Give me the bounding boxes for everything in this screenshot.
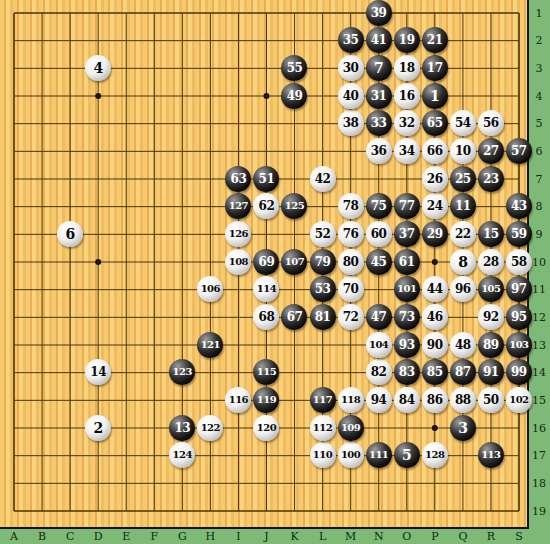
stone-white-26: 26 <box>422 166 448 192</box>
column-label-A: A <box>4 530 24 543</box>
stone-white-92: 92 <box>478 304 504 330</box>
board-point-H13: 121 <box>196 331 224 359</box>
board-point-M17: 100 <box>337 442 365 470</box>
board-point-N2: 41 <box>365 27 393 55</box>
stone-white-56: 56 <box>478 110 504 136</box>
board-point-J11: 114 <box>252 276 280 304</box>
board-point-O14: 83 <box>393 359 421 387</box>
board-point-Q15: 88 <box>449 386 477 414</box>
stone-black-87: 87 <box>450 359 476 385</box>
board-point-S14: 99 <box>505 359 533 387</box>
board-point-Q9: 22 <box>449 220 477 248</box>
column-label-O: O <box>397 530 417 543</box>
board-point-S11: 97 <box>505 276 533 304</box>
column-label-P: P <box>425 530 445 543</box>
stone-black-127: 127 <box>225 193 251 219</box>
board-point-D14: 14 <box>84 359 112 387</box>
stone-black-97: 97 <box>506 276 532 302</box>
stone-white-54: 54 <box>450 110 476 136</box>
board-point-N3: 7 <box>365 54 393 82</box>
board-point-P2: 21 <box>421 27 449 55</box>
stone-black-67: 67 <box>281 304 307 330</box>
board-point-M2: 35 <box>337 27 365 55</box>
stone-white-68: 68 <box>253 304 279 330</box>
stones-grid: 1234567810111314151617181921222324252627… <box>0 0 533 524</box>
stone-white-18: 18 <box>394 55 420 81</box>
board-point-P9: 29 <box>421 220 449 248</box>
board-point-G17: 124 <box>168 442 196 470</box>
stone-white-30: 30 <box>338 55 364 81</box>
stone-white-128: 128 <box>422 442 448 468</box>
stone-white-4: 4 <box>85 55 111 81</box>
board-point-M8: 78 <box>337 193 365 221</box>
column-label-M: M <box>341 530 361 543</box>
board-point-R12: 92 <box>477 303 505 331</box>
stone-white-124: 124 <box>169 442 195 468</box>
board-point-O10: 61 <box>393 248 421 276</box>
board-point-Q14: 87 <box>449 359 477 387</box>
stone-white-82: 82 <box>366 359 392 385</box>
board-point-M4: 40 <box>337 82 365 110</box>
stone-black-5: 5 <box>394 442 420 468</box>
board-point-P3: 17 <box>421 54 449 82</box>
board-point-R15: 50 <box>477 386 505 414</box>
stone-black-57: 57 <box>506 138 532 164</box>
board-point-R14: 91 <box>477 359 505 387</box>
stone-white-126: 126 <box>225 221 251 247</box>
stone-black-91: 91 <box>478 359 504 385</box>
stone-white-100: 100 <box>338 442 364 468</box>
board-point-H11: 106 <box>196 276 224 304</box>
board-point-O13: 93 <box>393 331 421 359</box>
board-point-O15: 84 <box>393 386 421 414</box>
stone-white-52: 52 <box>310 221 336 247</box>
board-point-P4: 1 <box>421 82 449 110</box>
board-point-N4: 31 <box>365 82 393 110</box>
board-point-N6: 36 <box>365 137 393 165</box>
board-point-D16: 2 <box>84 414 112 442</box>
board-point-N8: 75 <box>365 193 393 221</box>
stone-white-24: 24 <box>422 193 448 219</box>
stone-black-43: 43 <box>506 193 532 219</box>
board-point-P13: 90 <box>421 331 449 359</box>
board-point-M12: 72 <box>337 303 365 331</box>
stone-white-32: 32 <box>394 110 420 136</box>
board-point-Q8: 11 <box>449 193 477 221</box>
column-label-K: K <box>285 530 305 543</box>
board-point-P12: 46 <box>421 303 449 331</box>
stone-black-33: 33 <box>366 110 392 136</box>
board-point-O12: 73 <box>393 303 421 331</box>
stone-black-93: 93 <box>394 332 420 358</box>
board-point-S12: 95 <box>505 303 533 331</box>
column-label-J: J <box>257 530 277 543</box>
stone-black-115: 115 <box>253 359 279 385</box>
board-point-J10: 69 <box>252 248 280 276</box>
board-point-L17: 110 <box>309 442 337 470</box>
stone-white-84: 84 <box>394 387 420 413</box>
board-point-L16: 112 <box>309 414 337 442</box>
board-point-R9: 15 <box>477 220 505 248</box>
column-label-F: F <box>144 530 164 543</box>
stone-white-88: 88 <box>450 387 476 413</box>
board-point-K10: 107 <box>280 248 308 276</box>
column-label-I: I <box>228 530 248 543</box>
stone-black-95: 95 <box>506 304 532 330</box>
stone-black-15: 15 <box>478 221 504 247</box>
stone-black-113: 113 <box>478 442 504 468</box>
stone-black-123: 123 <box>169 359 195 385</box>
stone-white-58: 58 <box>506 249 532 275</box>
stone-black-73: 73 <box>394 304 420 330</box>
board-point-R7: 23 <box>477 165 505 193</box>
board-point-O3: 18 <box>393 54 421 82</box>
board-point-P11: 44 <box>421 276 449 304</box>
stone-white-44: 44 <box>422 276 448 302</box>
board-point-P7: 26 <box>421 165 449 193</box>
stone-black-119: 119 <box>253 387 279 413</box>
stone-black-109: 109 <box>338 415 364 441</box>
stone-black-101: 101 <box>394 276 420 302</box>
board-point-P17: 128 <box>421 442 449 470</box>
stone-white-38: 38 <box>338 110 364 136</box>
stone-black-75: 75 <box>366 193 392 219</box>
board-point-P5: 65 <box>421 110 449 138</box>
board-point-N9: 60 <box>365 220 393 248</box>
board-point-K12: 67 <box>280 303 308 331</box>
stone-white-72: 72 <box>338 304 364 330</box>
board-point-K8: 125 <box>280 193 308 221</box>
board-point-Q7: 25 <box>449 165 477 193</box>
board-point-Q5: 54 <box>449 110 477 138</box>
stone-white-114: 114 <box>253 276 279 302</box>
stone-black-21: 21 <box>422 27 448 53</box>
stone-black-89: 89 <box>478 332 504 358</box>
column-label-N: N <box>369 530 389 543</box>
stone-black-3: 3 <box>450 415 476 441</box>
board-point-N14: 82 <box>365 359 393 387</box>
column-label-H: H <box>200 530 220 543</box>
column-label-G: G <box>172 530 192 543</box>
board-point-M3: 30 <box>337 54 365 82</box>
stone-black-29: 29 <box>422 221 448 247</box>
stone-black-85: 85 <box>422 359 448 385</box>
stone-black-11: 11 <box>450 193 476 219</box>
stone-black-63: 63 <box>225 166 251 192</box>
stone-black-99: 99 <box>506 359 532 385</box>
board-point-N17: 111 <box>365 442 393 470</box>
stone-white-34: 34 <box>394 138 420 164</box>
stone-white-86: 86 <box>422 387 448 413</box>
stone-black-51: 51 <box>253 166 279 192</box>
board-point-J14: 115 <box>252 359 280 387</box>
board-point-L9: 52 <box>309 220 337 248</box>
board-point-L11: 53 <box>309 276 337 304</box>
board-point-K3: 55 <box>280 54 308 82</box>
column-label-E: E <box>116 530 136 543</box>
board-point-C9: 6 <box>56 220 84 248</box>
stone-white-48: 48 <box>450 332 476 358</box>
board-point-H16: 122 <box>196 414 224 442</box>
go-game-diagram: 1234567810111314151617181921222324252627… <box>0 0 550 544</box>
board-point-L7: 42 <box>309 165 337 193</box>
stone-black-83: 83 <box>394 359 420 385</box>
column-label-B: B <box>32 530 52 543</box>
board-point-R10: 28 <box>477 248 505 276</box>
board-point-R5: 56 <box>477 110 505 138</box>
board-point-S9: 59 <box>505 220 533 248</box>
goban: 1234567810111314151617181921222324252627… <box>0 0 529 529</box>
board-point-N15: 94 <box>365 386 393 414</box>
column-label-S: S <box>509 530 529 543</box>
board-point-Q16: 3 <box>449 414 477 442</box>
board-point-P8: 24 <box>421 193 449 221</box>
stone-black-105: 105 <box>478 276 504 302</box>
stone-black-19: 19 <box>394 27 420 53</box>
stone-white-116: 116 <box>225 387 251 413</box>
board-point-R11: 105 <box>477 276 505 304</box>
board-point-I8: 127 <box>224 193 252 221</box>
stone-black-125: 125 <box>281 193 307 219</box>
stone-white-2: 2 <box>85 415 111 441</box>
stone-white-50: 50 <box>478 387 504 413</box>
board-point-O6: 34 <box>393 137 421 165</box>
stone-white-6: 6 <box>57 221 83 247</box>
board-point-O8: 77 <box>393 193 421 221</box>
board-point-M9: 76 <box>337 220 365 248</box>
stone-white-36: 36 <box>366 138 392 164</box>
board-point-J12: 68 <box>252 303 280 331</box>
stone-black-49: 49 <box>281 83 307 109</box>
stone-white-90: 90 <box>422 332 448 358</box>
board-point-I7: 63 <box>224 165 252 193</box>
stone-white-8: 8 <box>450 249 476 275</box>
stone-white-96: 96 <box>450 276 476 302</box>
stone-black-69: 69 <box>253 249 279 275</box>
stone-white-62: 62 <box>253 193 279 219</box>
column-label-C: C <box>60 530 80 543</box>
stone-white-110: 110 <box>310 442 336 468</box>
board-point-M16: 109 <box>337 414 365 442</box>
stone-white-106: 106 <box>197 276 223 302</box>
stone-white-80: 80 <box>338 249 364 275</box>
board-point-L12: 81 <box>309 303 337 331</box>
board-point-O11: 101 <box>393 276 421 304</box>
stone-white-16: 16 <box>394 83 420 109</box>
stone-black-13: 13 <box>169 415 195 441</box>
board-point-S8: 43 <box>505 193 533 221</box>
board-point-M11: 70 <box>337 276 365 304</box>
board-point-S15: 102 <box>505 386 533 414</box>
board-point-G16: 13 <box>168 414 196 442</box>
stone-white-76: 76 <box>338 221 364 247</box>
board-point-L15: 117 <box>309 386 337 414</box>
stone-black-17: 17 <box>422 55 448 81</box>
board-point-R13: 89 <box>477 331 505 359</box>
board-point-J16: 120 <box>252 414 280 442</box>
board-point-G14: 123 <box>168 359 196 387</box>
stone-black-77: 77 <box>394 193 420 219</box>
stone-black-61: 61 <box>394 249 420 275</box>
board-point-N1: 39 <box>365 0 393 27</box>
stone-black-45: 45 <box>366 249 392 275</box>
board-point-N10: 45 <box>365 248 393 276</box>
board-point-J8: 62 <box>252 193 280 221</box>
stone-white-102: 102 <box>506 387 532 413</box>
board-point-O5: 32 <box>393 110 421 138</box>
stone-white-14: 14 <box>85 359 111 385</box>
stone-black-53: 53 <box>310 276 336 302</box>
stone-white-22: 22 <box>450 221 476 247</box>
stone-white-10: 10 <box>450 138 476 164</box>
board-point-O2: 19 <box>393 27 421 55</box>
stone-black-111: 111 <box>366 442 392 468</box>
stone-black-39: 39 <box>366 0 392 26</box>
board-point-L10: 79 <box>309 248 337 276</box>
column-label-D: D <box>88 530 108 543</box>
stone-white-118: 118 <box>338 387 364 413</box>
board-point-Q6: 10 <box>449 137 477 165</box>
stone-white-28: 28 <box>478 249 504 275</box>
stone-black-117: 117 <box>310 387 336 413</box>
board-point-N5: 33 <box>365 110 393 138</box>
stone-black-35: 35 <box>338 27 364 53</box>
board-point-Q10: 8 <box>449 248 477 276</box>
column-label-L: L <box>313 530 333 543</box>
stone-white-78: 78 <box>338 193 364 219</box>
stone-white-108: 108 <box>225 249 251 275</box>
board-point-P15: 86 <box>421 386 449 414</box>
stone-black-59: 59 <box>506 221 532 247</box>
column-label-R: R <box>481 530 501 543</box>
stone-black-47: 47 <box>366 304 392 330</box>
board-point-M5: 38 <box>337 110 365 138</box>
stone-black-107: 107 <box>281 249 307 275</box>
stone-white-40: 40 <box>338 83 364 109</box>
stone-white-112: 112 <box>310 415 336 441</box>
stone-black-41: 41 <box>366 27 392 53</box>
stone-white-70: 70 <box>338 276 364 302</box>
board-point-N12: 47 <box>365 303 393 331</box>
board-point-S13: 103 <box>505 331 533 359</box>
board-point-R6: 27 <box>477 137 505 165</box>
board-point-M15: 118 <box>337 386 365 414</box>
board-point-O17: 5 <box>393 442 421 470</box>
board-point-S6: 57 <box>505 137 533 165</box>
board-point-I9: 126 <box>224 220 252 248</box>
stone-black-81: 81 <box>310 304 336 330</box>
board-point-D3: 4 <box>84 54 112 82</box>
board-point-J7: 51 <box>252 165 280 193</box>
board-point-P6: 66 <box>421 137 449 165</box>
board-point-M10: 80 <box>337 248 365 276</box>
stone-black-65: 65 <box>422 110 448 136</box>
stone-white-120: 120 <box>253 415 279 441</box>
board-point-S10: 58 <box>505 248 533 276</box>
stone-white-94: 94 <box>366 387 392 413</box>
board-point-Q11: 96 <box>449 276 477 304</box>
stone-white-46: 46 <box>422 304 448 330</box>
stone-black-55: 55 <box>281 55 307 81</box>
board-point-O9: 37 <box>393 220 421 248</box>
board-point-O4: 16 <box>393 82 421 110</box>
stone-white-66: 66 <box>422 138 448 164</box>
board-point-P14: 85 <box>421 359 449 387</box>
stone-black-103: 103 <box>506 332 532 358</box>
stone-black-79: 79 <box>310 249 336 275</box>
board-point-K4: 49 <box>280 82 308 110</box>
stone-black-25: 25 <box>450 166 476 192</box>
stone-black-31: 31 <box>366 83 392 109</box>
board-point-N13: 104 <box>365 331 393 359</box>
stone-white-122: 122 <box>197 415 223 441</box>
stone-black-37: 37 <box>394 221 420 247</box>
stone-black-121: 121 <box>197 332 223 358</box>
board-point-J15: 119 <box>252 386 280 414</box>
stone-white-60: 60 <box>366 221 392 247</box>
board-point-R17: 113 <box>477 442 505 470</box>
stone-white-42: 42 <box>310 166 336 192</box>
stone-black-23: 23 <box>478 166 504 192</box>
stone-black-27: 27 <box>478 138 504 164</box>
board-point-I10: 108 <box>224 248 252 276</box>
stone-black-1: 1 <box>422 83 448 109</box>
board-point-I15: 116 <box>224 386 252 414</box>
stone-white-104: 104 <box>366 332 392 358</box>
column-label-Q: Q <box>453 530 473 543</box>
stone-black-7: 7 <box>366 55 392 81</box>
board-point-Q13: 48 <box>449 331 477 359</box>
